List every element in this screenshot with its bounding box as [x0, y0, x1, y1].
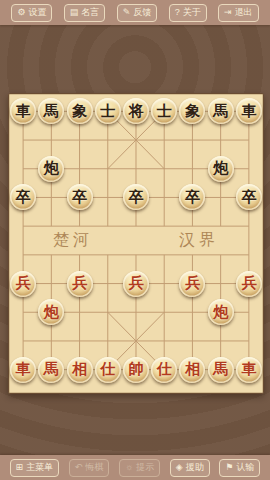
board-point-h4[interactable]	[207, 241, 235, 270]
piece-glyph: 象	[185, 104, 200, 119]
board-point-d4[interactable]	[94, 241, 122, 270]
board-point-i5[interactable]	[235, 212, 263, 241]
red-piece-車[interactable]: 車	[10, 357, 36, 383]
piece-glyph: 兵	[16, 276, 31, 291]
quotes-label: 名言	[81, 8, 99, 17]
board-point-e6[interactable]: 卒	[122, 183, 150, 212]
board-point-a4[interactable]	[9, 241, 37, 270]
gear-icon: ⚙	[17, 8, 25, 17]
undo-arrow-icon: ↶	[75, 463, 83, 472]
board-point-i7[interactable]	[235, 154, 263, 183]
assist-label: 援助	[186, 463, 204, 472]
piece-glyph: 兵	[185, 276, 200, 291]
black-piece-士[interactable]: 士	[151, 98, 177, 124]
board-point-a3[interactable]: 兵	[9, 269, 37, 298]
exit-button[interactable]: ⇥退出	[218, 4, 259, 22]
board-point-e7[interactable]	[122, 154, 150, 183]
black-piece-象[interactable]: 象	[179, 98, 205, 124]
board-point-g8[interactable]	[178, 126, 206, 155]
board-point-h8[interactable]	[207, 126, 235, 155]
board-point-i1[interactable]	[235, 327, 263, 356]
board-point-b2[interactable]: 炮	[37, 298, 65, 327]
black-piece-馬[interactable]: 馬	[208, 98, 234, 124]
red-piece-兵[interactable]: 兵	[236, 271, 262, 297]
board-point-b5[interactable]	[37, 212, 65, 241]
red-piece-兵[interactable]: 兵	[10, 271, 36, 297]
board-point-g3[interactable]: 兵	[178, 269, 206, 298]
piece-glyph: 兵	[72, 276, 87, 291]
board-point-a5[interactable]	[9, 212, 37, 241]
board-point-c2[interactable]	[65, 298, 93, 327]
settings-button[interactable]: ⚙设置	[11, 4, 52, 22]
piece-glyph: 炮	[44, 161, 59, 176]
board-point-c5[interactable]	[65, 212, 93, 241]
gem-icon: ◈	[176, 463, 183, 472]
board-points: 車馬象士将士象馬車炮炮卒卒卒卒卒兵兵兵兵兵炮炮車馬相仕帥仕相馬車	[9, 97, 263, 384]
board-point-d6[interactable]	[94, 183, 122, 212]
board-point-b8[interactable]	[37, 126, 65, 155]
piece-glyph: 卒	[128, 190, 143, 205]
board-point-d1[interactable]	[94, 327, 122, 356]
red-piece-炮[interactable]: 炮	[208, 299, 234, 325]
board-point-h3[interactable]	[207, 269, 235, 298]
board-point-i6[interactable]: 卒	[235, 183, 263, 212]
piece-glyph: 兵	[128, 276, 143, 291]
board-point-g7[interactable]	[178, 154, 206, 183]
piece-glyph: 馬	[44, 362, 59, 377]
board-point-f2[interactable]	[150, 298, 178, 327]
board-point-c3[interactable]: 兵	[65, 269, 93, 298]
main-menu-button[interactable]: ⊞主菜单	[10, 459, 60, 477]
piece-glyph: 仕	[157, 362, 172, 377]
board-point-i9[interactable]: 車	[235, 97, 263, 126]
piece-glyph: 象	[72, 104, 87, 119]
piece-glyph: 卒	[72, 190, 87, 205]
red-piece-兵[interactable]: 兵	[123, 271, 149, 297]
piece-glyph: 車	[16, 362, 31, 377]
board-point-e3[interactable]: 兵	[122, 269, 150, 298]
red-piece-車[interactable]: 車	[236, 357, 262, 383]
lightbulb-icon: ☼	[125, 463, 133, 472]
board-point-d5[interactable]	[94, 212, 122, 241]
board-point-h6[interactable]	[207, 183, 235, 212]
piece-glyph: 馬	[44, 104, 59, 119]
assist-button[interactable]: ◈援助	[170, 459, 210, 477]
black-piece-卒[interactable]: 卒	[179, 184, 205, 210]
main-menu-label: 主菜单	[26, 463, 53, 472]
board-point-f9[interactable]: 士	[150, 97, 178, 126]
board-point-c9[interactable]: 象	[65, 97, 93, 126]
bottom-toolbar: ⊞主菜单↶悔棋☼提示◈援助⚑认输	[0, 455, 270, 480]
board-point-c1[interactable]	[65, 327, 93, 356]
board-point-h5[interactable]	[207, 212, 235, 241]
board-point-h7[interactable]: 炮	[207, 154, 235, 183]
question-icon: ?	[175, 8, 180, 17]
board-point-e1[interactable]	[122, 327, 150, 356]
settings-label: 设置	[28, 8, 46, 17]
black-piece-卒[interactable]: 卒	[10, 184, 36, 210]
top-toolbar: ⚙设置▤名言✎反馈?关于⇥退出	[0, 0, 270, 25]
red-piece-仕[interactable]: 仕	[151, 357, 177, 383]
board-point-a9[interactable]: 車	[9, 97, 37, 126]
board-point-c0[interactable]: 相	[65, 355, 93, 384]
piece-glyph: 相	[72, 362, 87, 377]
board-point-h1[interactable]	[207, 327, 235, 356]
board-point-b7[interactable]: 炮	[37, 154, 65, 183]
piece-glyph: 卒	[241, 190, 256, 205]
board-point-b1[interactable]	[37, 327, 65, 356]
board-point-e4[interactable]	[122, 241, 150, 270]
black-piece-炮[interactable]: 炮	[38, 156, 64, 182]
board-point-g4[interactable]	[178, 241, 206, 270]
board-point-g9[interactable]: 象	[178, 97, 206, 126]
board-point-f5[interactable]	[150, 212, 178, 241]
resign-label: 认输	[236, 463, 254, 472]
piece-glyph: 卒	[185, 190, 200, 205]
board-point-e2[interactable]	[122, 298, 150, 327]
board-point-g6[interactable]: 卒	[178, 183, 206, 212]
piece-glyph: 車	[241, 104, 256, 119]
red-piece-馬[interactable]: 馬	[38, 357, 64, 383]
board-point-g2[interactable]	[178, 298, 206, 327]
board-point-g0[interactable]: 相	[178, 355, 206, 384]
edit-pencil-icon: ✎	[123, 8, 131, 17]
board-point-f7[interactable]	[150, 154, 178, 183]
board-point-f4[interactable]	[150, 241, 178, 270]
red-piece-馬[interactable]: 馬	[208, 357, 234, 383]
board-point-b6[interactable]	[37, 183, 65, 212]
hint-label: 提示	[136, 463, 154, 472]
board-point-i4[interactable]	[235, 241, 263, 270]
red-piece-兵[interactable]: 兵	[67, 271, 93, 297]
board-point-b9[interactable]: 馬	[37, 97, 65, 126]
board-point-e8[interactable]	[122, 126, 150, 155]
hint-button[interactable]: ☼提示	[119, 459, 160, 477]
black-piece-車[interactable]: 車	[236, 98, 262, 124]
board-point-a6[interactable]: 卒	[9, 183, 37, 212]
board-point-e5[interactable]	[122, 212, 150, 241]
app-screen: ⚙设置▤名言✎反馈?关于⇥退出 楚河 汉界 車馬象士将士象馬車炮炮卒卒卒卒卒兵兵…	[0, 0, 270, 480]
black-piece-卒[interactable]: 卒	[123, 184, 149, 210]
board-point-d3[interactable]	[94, 269, 122, 298]
book-icon: ▤	[70, 8, 79, 17]
about-button[interactable]: ?关于	[169, 4, 207, 22]
feedback-button[interactable]: ✎反馈	[117, 4, 158, 22]
piece-glyph: 兵	[241, 276, 256, 291]
piece-glyph: 卒	[16, 190, 31, 205]
board-point-i0[interactable]: 車	[235, 355, 263, 384]
piece-glyph: 将	[128, 104, 143, 119]
board-point-b4[interactable]	[37, 241, 65, 270]
exit-label: 退出	[235, 8, 253, 17]
board-point-c4[interactable]	[65, 241, 93, 270]
about-label: 关于	[183, 8, 201, 17]
red-piece-相[interactable]: 相	[67, 357, 93, 383]
black-piece-炮[interactable]: 炮	[208, 156, 234, 182]
board-point-e0[interactable]: 帥	[122, 355, 150, 384]
board-point-a2[interactable]	[9, 298, 37, 327]
piece-glyph: 車	[16, 104, 31, 119]
piece-glyph: 相	[185, 362, 200, 377]
board-point-a8[interactable]	[9, 126, 37, 155]
board-point-g1[interactable]	[178, 327, 206, 356]
board-point-i2[interactable]	[235, 298, 263, 327]
quotes-button[interactable]: ▤名言	[64, 4, 106, 22]
board-point-d8[interactable]	[94, 126, 122, 155]
board-point-i8[interactable]	[235, 126, 263, 155]
black-piece-卒[interactable]: 卒	[67, 184, 93, 210]
grid-menu-icon: ⊞	[16, 463, 24, 472]
board-point-a0[interactable]: 車	[9, 355, 37, 384]
black-piece-馬[interactable]: 馬	[38, 98, 64, 124]
black-piece-将[interactable]: 将	[123, 98, 149, 124]
piece-glyph: 炮	[44, 305, 59, 320]
piece-glyph: 士	[157, 104, 172, 119]
board-point-f6[interactable]	[150, 183, 178, 212]
resign-button[interactable]: ⚑认输	[219, 459, 260, 477]
black-piece-車[interactable]: 車	[10, 98, 36, 124]
piece-glyph: 炮	[213, 161, 228, 176]
board-point-e9[interactable]: 将	[122, 97, 150, 126]
board-point-f3[interactable]	[150, 269, 178, 298]
board-point-b0[interactable]: 馬	[37, 355, 65, 384]
board-point-f0[interactable]: 仕	[150, 355, 178, 384]
piece-glyph: 馬	[213, 362, 228, 377]
board-point-d7[interactable]	[94, 154, 122, 183]
exit-icon: ⇥	[224, 8, 232, 17]
board-point-i3[interactable]: 兵	[235, 269, 263, 298]
board-point-g5[interactable]	[178, 212, 206, 241]
board-point-h0[interactable]: 馬	[207, 355, 235, 384]
piece-glyph: 帥	[128, 362, 143, 377]
red-piece-相[interactable]: 相	[179, 357, 205, 383]
red-piece-兵[interactable]: 兵	[179, 271, 205, 297]
board-point-c8[interactable]	[65, 126, 93, 155]
board-point-f8[interactable]	[150, 126, 178, 155]
board-point-d0[interactable]: 仕	[94, 355, 122, 384]
black-piece-卒[interactable]: 卒	[236, 184, 262, 210]
board-point-a7[interactable]	[9, 154, 37, 183]
board-point-d9[interactable]: 士	[94, 97, 122, 126]
red-piece-仕[interactable]: 仕	[95, 357, 121, 383]
black-piece-士[interactable]: 士	[95, 98, 121, 124]
undo-label: 悔棋	[85, 463, 103, 472]
board-point-c6[interactable]: 卒	[65, 183, 93, 212]
piece-glyph: 仕	[100, 362, 115, 377]
piece-glyph: 馬	[213, 104, 228, 119]
board-point-f1[interactable]	[150, 327, 178, 356]
red-piece-帥[interactable]: 帥	[123, 357, 149, 383]
board-point-a1[interactable]	[9, 327, 37, 356]
black-piece-象[interactable]: 象	[67, 98, 93, 124]
board-point-d2[interactable]	[94, 298, 122, 327]
board-point-h2[interactable]: 炮	[207, 298, 235, 327]
piece-glyph: 車	[241, 362, 256, 377]
undo-button[interactable]: ↶悔棋	[69, 459, 110, 477]
red-piece-炮[interactable]: 炮	[38, 299, 64, 325]
piece-glyph: 炮	[213, 305, 228, 320]
flag-icon: ⚑	[225, 463, 233, 472]
board-point-c7[interactable]	[65, 154, 93, 183]
board-point-b3[interactable]	[37, 269, 65, 298]
piece-glyph: 士	[100, 104, 115, 119]
board-point-h9[interactable]: 馬	[207, 97, 235, 126]
xiangqi-board: 楚河 汉界 車馬象士将士象馬車炮炮卒卒卒卒卒兵兵兵兵兵炮炮車馬相仕帥仕相馬車	[8, 93, 264, 394]
feedback-label: 反馈	[133, 8, 151, 17]
